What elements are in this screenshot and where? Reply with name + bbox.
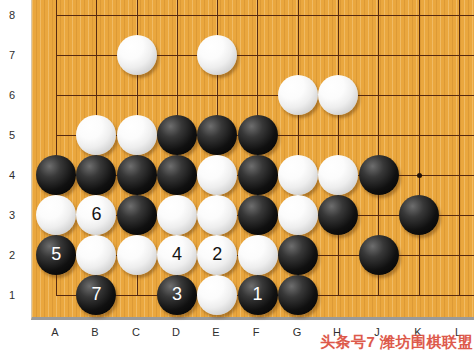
stone-white-C5 (117, 115, 157, 155)
intersection-G1 (278, 275, 318, 315)
intersection-B8 (76, 0, 116, 35)
intersection-L6 (439, 75, 474, 115)
intersection-D1: 3 (157, 275, 197, 315)
intersection-B2 (76, 235, 116, 275)
stone-black-B4 (76, 155, 116, 195)
intersection-J5 (358, 115, 398, 155)
stone-black-K3 (399, 195, 439, 235)
intersection-J2 (358, 235, 398, 275)
intersection-H1 (318, 275, 358, 315)
intersection-E3 (197, 195, 237, 235)
stone-white-G6 (278, 75, 318, 115)
intersection-K5 (399, 115, 439, 155)
stone-black-G2 (278, 235, 318, 275)
intersection-F8 (237, 0, 277, 35)
intersection-L7 (439, 35, 474, 75)
move-number-1: 1 (253, 285, 263, 303)
intersection-J3 (358, 195, 398, 235)
col-label-E: E (206, 326, 226, 338)
intersection-H6 (318, 75, 358, 115)
stone-white-H4 (318, 155, 358, 195)
intersection-A1 (36, 275, 76, 315)
intersection-D7 (157, 35, 197, 75)
stone-black-F4 (238, 155, 278, 195)
stone-white-A3 (36, 195, 76, 235)
watermark-text: 头条号7 潍坊围棋联盟 (320, 333, 473, 352)
intersection-C5 (117, 115, 157, 155)
intersection-G7 (278, 35, 318, 75)
intersection-H4 (318, 155, 358, 195)
intersection-F3 (237, 195, 277, 235)
stone-black-F1: 1 (238, 275, 278, 315)
intersection-D3 (157, 195, 197, 235)
move-number-6: 6 (91, 205, 101, 223)
intersection-H8 (318, 0, 358, 35)
intersection-G5 (278, 115, 318, 155)
stone-black-D5 (157, 115, 197, 155)
stone-white-E7 (197, 35, 237, 75)
stone-white-E4 (197, 155, 237, 195)
intersection-K3 (399, 195, 439, 235)
move-number-3: 3 (172, 285, 182, 303)
intersection-K2 (399, 235, 439, 275)
intersection-L8 (439, 0, 474, 35)
row-label-4: 4 (0, 169, 24, 181)
intersection-G2 (278, 235, 318, 275)
intersection-H7 (318, 35, 358, 75)
stone-black-D4 (157, 155, 197, 195)
intersection-J8 (358, 0, 398, 35)
row-label-3: 3 (0, 209, 24, 221)
intersection-F4 (237, 155, 277, 195)
intersection-C3 (117, 195, 157, 235)
intersection-B4 (76, 155, 116, 195)
col-label-G: G (287, 326, 307, 338)
stone-black-F5 (238, 115, 278, 155)
intersection-B5 (76, 115, 116, 155)
intersection-E4 (197, 155, 237, 195)
intersection-B3: 6 (76, 195, 116, 235)
stone-white-H6 (318, 75, 358, 115)
intersection-A8 (36, 0, 76, 35)
intersection-H2 (318, 235, 358, 275)
intersection-D4 (157, 155, 197, 195)
stone-black-J2 (359, 235, 399, 275)
stone-black-A2: 5 (36, 235, 76, 275)
col-label-B: B (85, 326, 105, 338)
move-number-4: 4 (172, 245, 182, 263)
intersection-J4 (358, 155, 398, 195)
intersection-B6 (76, 75, 116, 115)
intersection-E1 (197, 275, 237, 315)
move-number-2: 2 (212, 245, 222, 263)
stone-black-F3 (238, 195, 278, 235)
intersection-K7 (399, 35, 439, 75)
intersection-C8 (117, 0, 157, 35)
move-number-5: 5 (51, 245, 61, 263)
intersection-K8 (399, 0, 439, 35)
intersection-A2: 5 (36, 235, 76, 275)
intersection-A5 (36, 115, 76, 155)
stone-white-G3 (278, 195, 318, 235)
intersection-C2 (117, 235, 157, 275)
intersection-C7 (117, 35, 157, 75)
stone-white-E1 (197, 275, 237, 315)
row-label-7: 7 (0, 49, 24, 61)
intersection-L2 (439, 235, 474, 275)
intersection-C4 (117, 155, 157, 195)
stone-white-E2: 2 (197, 235, 237, 275)
intersection-F5 (237, 115, 277, 155)
stone-black-H3 (318, 195, 358, 235)
intersection-J1 (358, 275, 398, 315)
row-label-8: 8 (0, 9, 24, 21)
stone-white-C7 (117, 35, 157, 75)
intersection-A7 (36, 35, 76, 75)
col-label-D: D (166, 326, 186, 338)
intersection-E7 (197, 35, 237, 75)
intersection-G6 (278, 75, 318, 115)
intersection-A6 (36, 75, 76, 115)
move-number-7: 7 (91, 285, 101, 303)
stone-black-E5 (197, 115, 237, 155)
go-board: 6542731 (31, 0, 474, 320)
stone-black-B1: 7 (76, 275, 116, 315)
stone-white-E3 (197, 195, 237, 235)
row-label-1: 1 (0, 289, 24, 301)
stone-black-A4 (36, 155, 76, 195)
intersection-H3 (318, 195, 358, 235)
intersection-D5 (157, 115, 197, 155)
stone-black-J4 (359, 155, 399, 195)
intersection-G3 (278, 195, 318, 235)
intersection-F7 (237, 35, 277, 75)
stone-black-D1: 3 (157, 275, 197, 315)
stone-white-F2 (238, 235, 278, 275)
intersection-A4 (36, 155, 76, 195)
stone-white-B5 (76, 115, 116, 155)
stone-black-G1 (278, 275, 318, 315)
stone-white-D3 (157, 195, 197, 235)
stone-black-C3 (117, 195, 157, 235)
col-label-C: C (126, 326, 146, 338)
intersection-E6 (197, 75, 237, 115)
stone-white-B2 (76, 235, 116, 275)
intersection-K6 (399, 75, 439, 115)
intersection-G4 (278, 155, 318, 195)
intersection-L4 (439, 155, 474, 195)
intersection-F1: 1 (237, 275, 277, 315)
intersection-K1 (399, 275, 439, 315)
intersection-A3 (36, 195, 76, 235)
col-label-F: F (246, 326, 266, 338)
intersection-B1: 7 (76, 275, 116, 315)
row-label-2: 2 (0, 249, 24, 261)
intersection-E8 (197, 0, 237, 35)
stone-black-C4 (117, 155, 157, 195)
col-label-A: A (45, 326, 65, 338)
stones-layer: 6542731 (36, 0, 474, 315)
stone-white-C2 (117, 235, 157, 275)
intersection-F2 (237, 235, 277, 275)
intersection-D6 (157, 75, 197, 115)
intersection-D8 (157, 0, 197, 35)
intersection-C1 (117, 275, 157, 315)
intersection-F6 (237, 75, 277, 115)
stone-white-G4 (278, 155, 318, 195)
intersection-L5 (439, 115, 474, 155)
stone-white-B3: 6 (76, 195, 116, 235)
intersection-E5 (197, 115, 237, 155)
stone-white-D2: 4 (157, 235, 197, 275)
intersection-H5 (318, 115, 358, 155)
intersection-C6 (117, 75, 157, 115)
intersection-B7 (76, 35, 116, 75)
go-diagram: 6542731 87654321 ABCDEFGHJKL 头条号7 潍坊围棋联盟 (0, 0, 474, 355)
intersection-E2: 2 (197, 235, 237, 275)
intersection-K4 (399, 155, 439, 195)
row-label-6: 6 (0, 89, 24, 101)
intersection-J6 (358, 75, 398, 115)
intersection-J7 (358, 35, 398, 75)
intersection-D2: 4 (157, 235, 197, 275)
intersection-L3 (439, 195, 474, 235)
intersection-G8 (278, 0, 318, 35)
intersection-L1 (439, 275, 474, 315)
row-label-5: 5 (0, 129, 24, 141)
